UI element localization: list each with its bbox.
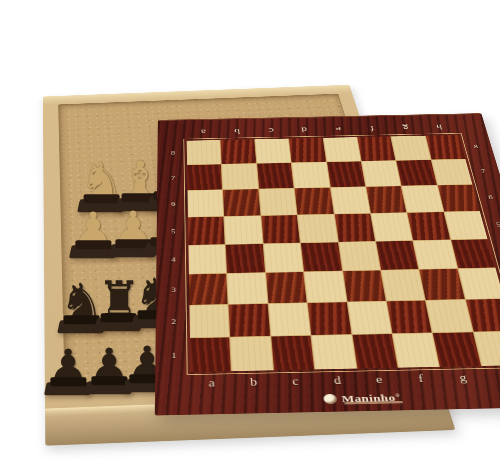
coord-label-5: 5 (162, 217, 185, 245)
square-f5 (371, 213, 412, 241)
trademark-mark: ® (394, 393, 400, 398)
square-b7 (222, 164, 258, 190)
coord-label-f: f (398, 370, 443, 389)
square-b2 (229, 304, 270, 337)
coord-label-c: c (274, 372, 318, 391)
coord-label-g: g (440, 369, 486, 388)
square-c3 (266, 272, 307, 303)
square-e8 (323, 137, 361, 161)
square-b3 (227, 273, 267, 304)
square-f4 (376, 241, 419, 270)
square-e6 (330, 187, 370, 214)
board-grid (187, 135, 500, 372)
piece-base (50, 378, 86, 387)
square-e7 (327, 161, 366, 187)
brand-logo-tagline (344, 401, 403, 405)
coord-label-4: 4 (162, 245, 186, 275)
coord-label-g: g (388, 121, 424, 133)
square-g7 (396, 160, 436, 186)
square-a3 (189, 274, 228, 305)
chessboard: abcdefgh abcdefgh 87654321 87654321 Mani… (155, 113, 500, 415)
square-a8 (187, 140, 221, 165)
square-d3 (304, 271, 346, 302)
square-h5 (444, 211, 487, 239)
square-d4 (301, 242, 342, 272)
square-f1 (393, 333, 440, 367)
square-b1 (231, 337, 273, 372)
square-d5 (298, 214, 338, 242)
square-a7 (187, 164, 222, 190)
square-e3 (343, 271, 386, 302)
square-d2 (308, 302, 351, 335)
square-f3 (381, 270, 425, 301)
coord-label-a: a (186, 125, 220, 137)
coord-label-b: b (232, 373, 275, 392)
square-b4 (226, 244, 265, 274)
tray-piece-dark-pawn: ♟ (88, 345, 129, 386)
square-e1 (352, 334, 398, 368)
brand-logo-icon (323, 393, 337, 403)
coord-label-h: h (421, 120, 458, 132)
square-d8 (289, 138, 326, 162)
square-g5 (407, 212, 449, 240)
square-a5 (188, 216, 225, 244)
square-g2 (426, 300, 472, 333)
square-h3 (458, 268, 500, 299)
square-h6 (438, 185, 480, 212)
coord-label-d: d (315, 371, 359, 390)
square-d7 (292, 162, 330, 188)
square-a6 (187, 190, 223, 217)
square-c1 (271, 336, 314, 370)
square-h7 (431, 159, 472, 185)
square-g4 (413, 240, 457, 269)
square-c2 (268, 303, 310, 336)
coord-label-3: 3 (162, 274, 186, 305)
square-a4 (188, 244, 226, 274)
square-g1 (433, 332, 481, 366)
square-g6 (402, 185, 443, 212)
coord-label-1: 1 (161, 338, 187, 373)
tray-piece-light-pawn: ♟ (72, 209, 113, 250)
square-g8 (391, 136, 430, 160)
coord-label-b: b (220, 125, 254, 137)
square-c8 (255, 139, 291, 163)
coord-label-a: a (191, 374, 233, 393)
square-c6 (259, 188, 297, 215)
square-b5 (225, 216, 263, 244)
square-g3 (420, 269, 465, 300)
square-c5 (261, 215, 300, 243)
square-d1 (312, 335, 356, 369)
piece-base (91, 377, 127, 386)
square-f8 (357, 136, 395, 160)
square-c4 (263, 243, 303, 273)
square-f2 (387, 301, 432, 334)
product-photo-chess-box: ♞♝♝♟♟♟♞♜♞♟♟♟ abcdefgh abcdefgh 87654321 … (0, 0, 500, 475)
square-b8 (221, 139, 256, 163)
piece-base (75, 241, 111, 250)
square-e2 (347, 302, 391, 335)
coord-label-h: h (482, 368, 500, 387)
square-a1 (190, 337, 231, 372)
square-c7 (257, 163, 294, 189)
coord-label-f: f (354, 122, 390, 134)
square-h8 (425, 135, 465, 159)
square-d6 (295, 188, 334, 215)
square-f6 (366, 186, 406, 213)
coord-label-7: 7 (162, 165, 184, 191)
brand-logo: Maninho® (323, 387, 497, 408)
coord-label-8: 8 (162, 141, 183, 166)
coord-label-e: e (357, 371, 402, 390)
coords-left: 87654321 (161, 141, 187, 373)
coord-label-c: c (253, 124, 288, 136)
coord-label-e: e (321, 123, 357, 135)
coord-label-2: 2 (161, 305, 186, 338)
square-h4 (451, 239, 496, 268)
square-e5 (334, 213, 375, 241)
piece-base (64, 315, 100, 324)
square-f7 (362, 161, 401, 187)
coord-label-6: 6 (162, 190, 184, 217)
square-a2 (189, 305, 229, 338)
tray-piece-dark-pawn: ♟ (47, 346, 88, 387)
coord-label-d: d (287, 123, 322, 135)
square-e4 (338, 241, 380, 271)
square-b6 (223, 189, 260, 216)
